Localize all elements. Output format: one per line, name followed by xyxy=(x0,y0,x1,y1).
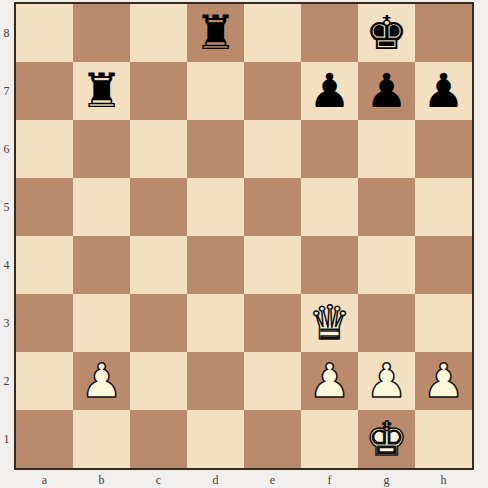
white-pawn[interactable]: ♟ xyxy=(80,352,122,410)
square-a1[interactable] xyxy=(16,410,73,468)
white-queen[interactable]: ♛ xyxy=(308,294,350,352)
square-e8[interactable] xyxy=(244,4,301,62)
rank-label-5: 5 xyxy=(0,178,13,236)
square-d5[interactable] xyxy=(187,178,244,236)
square-g6[interactable] xyxy=(358,120,415,178)
square-g8[interactable]: ♚ xyxy=(358,4,415,62)
square-f7[interactable]: ♟ xyxy=(301,62,358,120)
rank-label-8: 8 xyxy=(0,4,13,62)
square-b2[interactable]: ♟ xyxy=(73,352,130,410)
square-e1[interactable] xyxy=(244,410,301,468)
square-h2[interactable]: ♟ xyxy=(415,352,472,410)
rank-label-6: 6 xyxy=(0,120,13,178)
square-d2[interactable] xyxy=(187,352,244,410)
square-c7[interactable] xyxy=(130,62,187,120)
square-c4[interactable] xyxy=(130,236,187,294)
square-d6[interactable] xyxy=(187,120,244,178)
square-b3[interactable] xyxy=(73,294,130,352)
square-g2[interactable]: ♟ xyxy=(358,352,415,410)
square-a3[interactable] xyxy=(16,294,73,352)
black-rook[interactable]: ♜ xyxy=(194,4,236,62)
black-pawn[interactable]: ♟ xyxy=(422,62,464,120)
square-b5[interactable] xyxy=(73,178,130,236)
black-rook[interactable]: ♜ xyxy=(80,62,122,120)
square-d3[interactable] xyxy=(187,294,244,352)
square-f3[interactable]: ♛ xyxy=(301,294,358,352)
square-f5[interactable] xyxy=(301,178,358,236)
black-pawn[interactable]: ♟ xyxy=(365,62,407,120)
rank-label-2: 2 xyxy=(0,352,13,410)
square-c5[interactable] xyxy=(130,178,187,236)
square-a4[interactable] xyxy=(16,236,73,294)
chess-diagram: 87654321 ♜♚♜♟♟♟♛♟♟♟♟♚ abcdefgh xyxy=(0,0,488,488)
square-c6[interactable] xyxy=(130,120,187,178)
square-a7[interactable] xyxy=(16,62,73,120)
square-f6[interactable] xyxy=(301,120,358,178)
black-king[interactable]: ♚ xyxy=(365,4,407,62)
square-h7[interactable]: ♟ xyxy=(415,62,472,120)
square-d7[interactable] xyxy=(187,62,244,120)
rank-label-1: 1 xyxy=(0,410,13,468)
file-label-c: c xyxy=(130,472,187,488)
square-b4[interactable] xyxy=(73,236,130,294)
square-h8[interactable] xyxy=(415,4,472,62)
rank-label-7: 7 xyxy=(0,62,13,120)
square-f8[interactable] xyxy=(301,4,358,62)
square-f1[interactable] xyxy=(301,410,358,468)
square-b6[interactable] xyxy=(73,120,130,178)
square-e2[interactable] xyxy=(244,352,301,410)
square-g7[interactable]: ♟ xyxy=(358,62,415,120)
square-a5[interactable] xyxy=(16,178,73,236)
black-pawn[interactable]: ♟ xyxy=(308,62,350,120)
white-king[interactable]: ♚ xyxy=(365,410,407,468)
file-label-e: e xyxy=(244,472,301,488)
file-label-g: g xyxy=(358,472,415,488)
file-label-d: d xyxy=(187,472,244,488)
square-c1[interactable] xyxy=(130,410,187,468)
white-pawn[interactable]: ♟ xyxy=(365,352,407,410)
square-f4[interactable] xyxy=(301,236,358,294)
square-e7[interactable] xyxy=(244,62,301,120)
square-g1[interactable]: ♚ xyxy=(358,410,415,468)
square-d4[interactable] xyxy=(187,236,244,294)
file-label-b: b xyxy=(73,472,130,488)
square-h5[interactable] xyxy=(415,178,472,236)
square-c8[interactable] xyxy=(130,4,187,62)
square-g3[interactable] xyxy=(358,294,415,352)
file-label-f: f xyxy=(301,472,358,488)
square-e5[interactable] xyxy=(244,178,301,236)
square-a8[interactable] xyxy=(16,4,73,62)
square-g5[interactable] xyxy=(358,178,415,236)
square-e3[interactable] xyxy=(244,294,301,352)
square-b1[interactable] xyxy=(73,410,130,468)
square-b7[interactable]: ♜ xyxy=(73,62,130,120)
square-d8[interactable]: ♜ xyxy=(187,4,244,62)
square-d1[interactable] xyxy=(187,410,244,468)
square-b8[interactable] xyxy=(73,4,130,62)
square-h6[interactable] xyxy=(415,120,472,178)
square-a2[interactable] xyxy=(16,352,73,410)
chess-board[interactable]: ♜♚♜♟♟♟♛♟♟♟♟♚ xyxy=(14,2,474,470)
rank-label-4: 4 xyxy=(0,236,13,294)
file-labels: abcdefgh xyxy=(16,472,472,488)
square-f2[interactable]: ♟ xyxy=(301,352,358,410)
square-a6[interactable] xyxy=(16,120,73,178)
file-label-a: a xyxy=(16,472,73,488)
square-c2[interactable] xyxy=(130,352,187,410)
white-pawn[interactable]: ♟ xyxy=(308,352,350,410)
file-label-h: h xyxy=(415,472,472,488)
rank-label-3: 3 xyxy=(0,294,13,352)
square-g4[interactable] xyxy=(358,236,415,294)
square-h4[interactable] xyxy=(415,236,472,294)
square-c3[interactable] xyxy=(130,294,187,352)
square-h1[interactable] xyxy=(415,410,472,468)
white-pawn[interactable]: ♟ xyxy=(422,352,464,410)
square-e4[interactable] xyxy=(244,236,301,294)
square-h3[interactable] xyxy=(415,294,472,352)
square-e6[interactable] xyxy=(244,120,301,178)
